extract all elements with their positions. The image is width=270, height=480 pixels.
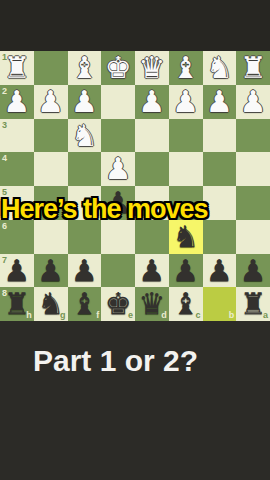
black-bishop-f8[interactable]: ♝: [68, 287, 102, 321]
square-e1[interactable]: ♚: [101, 51, 135, 85]
white-pawn-e4[interactable]: ♟: [101, 152, 135, 186]
square-a1[interactable]: ♜: [236, 51, 270, 85]
square-e4[interactable]: ♟: [101, 152, 135, 186]
white-pawn-b2[interactable]: ♟: [203, 85, 237, 119]
square-b2[interactable]: ♟: [203, 85, 237, 119]
white-bishop-c1[interactable]: ♝: [169, 51, 203, 85]
square-c8[interactable]: c♝: [169, 287, 203, 321]
white-knight-b1[interactable]: ♞: [203, 51, 237, 85]
square-h4[interactable]: 4: [0, 152, 34, 186]
white-queen-d1[interactable]: ♛: [135, 51, 169, 85]
square-g7[interactable]: ♟: [34, 254, 68, 288]
black-king-e8[interactable]: ♚: [101, 287, 135, 321]
black-pawn-c7[interactable]: ♟: [169, 254, 203, 288]
white-pawn-g2[interactable]: ♟: [34, 85, 68, 119]
rank-label-4: 4: [2, 154, 7, 163]
square-b1[interactable]: ♞: [203, 51, 237, 85]
square-h1[interactable]: 1♜: [0, 51, 34, 85]
square-d2[interactable]: ♟: [135, 85, 169, 119]
square-b3[interactable]: [203, 119, 237, 153]
black-pawn-a7[interactable]: ♟: [236, 254, 270, 288]
file-label-b: b: [229, 311, 235, 320]
black-pawn-g7[interactable]: ♟: [34, 254, 68, 288]
white-bishop-f1[interactable]: ♝: [68, 51, 102, 85]
square-g4[interactable]: [34, 152, 68, 186]
square-f8[interactable]: f♝: [68, 287, 102, 321]
square-b7[interactable]: ♟: [203, 254, 237, 288]
overlay-caption: Here’s the moves: [1, 194, 269, 225]
black-pawn-d7[interactable]: ♟: [135, 254, 169, 288]
square-g8[interactable]: g♞: [34, 287, 68, 321]
black-rook-a8[interactable]: ♜: [236, 287, 270, 321]
square-g2[interactable]: ♟: [34, 85, 68, 119]
square-a8[interactable]: a♜: [236, 287, 270, 321]
square-c7[interactable]: ♟: [169, 254, 203, 288]
square-e8[interactable]: e♚: [101, 287, 135, 321]
square-c3[interactable]: [169, 119, 203, 153]
square-e7[interactable]: [101, 254, 135, 288]
square-h8[interactable]: 8h♜: [0, 287, 34, 321]
square-f1[interactable]: ♝: [68, 51, 102, 85]
square-a4[interactable]: [236, 152, 270, 186]
chessboard[interactable]: 1♜♝♚♛♝♞♜2♟♟♟♟♟♟♟3♞4♟5♟6♞7♟♟♟♟♟♟♟8h♜g♞f♝e…: [0, 51, 270, 321]
black-queen-d8[interactable]: ♛: [135, 287, 169, 321]
square-b4[interactable]: [203, 152, 237, 186]
white-rook-a1[interactable]: ♜: [236, 51, 270, 85]
square-a2[interactable]: ♟: [236, 85, 270, 119]
top-letterbox-bar: [0, 0, 270, 51]
square-c4[interactable]: [169, 152, 203, 186]
white-pawn-c2[interactable]: ♟: [169, 85, 203, 119]
square-f4[interactable]: [68, 152, 102, 186]
square-a3[interactable]: [236, 119, 270, 153]
square-g3[interactable]: [34, 119, 68, 153]
white-pawn-a2[interactable]: ♟: [236, 85, 270, 119]
square-d4[interactable]: [135, 152, 169, 186]
square-f7[interactable]: ♟: [68, 254, 102, 288]
white-pawn-h2[interactable]: ♟: [0, 85, 34, 119]
white-knight-f3[interactable]: ♞: [68, 119, 102, 153]
rank-label-3: 3: [2, 121, 7, 130]
square-d7[interactable]: ♟: [135, 254, 169, 288]
square-d8[interactable]: d♛: [135, 287, 169, 321]
square-c2[interactable]: ♟: [169, 85, 203, 119]
square-h2[interactable]: 2♟: [0, 85, 34, 119]
white-pawn-f2[interactable]: ♟: [68, 85, 102, 119]
square-c1[interactable]: ♝: [169, 51, 203, 85]
white-rook-h1[interactable]: ♜: [0, 51, 34, 85]
square-d1[interactable]: ♛: [135, 51, 169, 85]
black-rook-h8[interactable]: ♜: [0, 287, 34, 321]
square-e3[interactable]: [101, 119, 135, 153]
black-pawn-h7[interactable]: ♟: [0, 254, 34, 288]
white-pawn-d2[interactable]: ♟: [135, 85, 169, 119]
square-g1[interactable]: [34, 51, 68, 85]
video-frame: 1♜♝♚♛♝♞♜2♟♟♟♟♟♟♟3♞4♟5♟6♞7♟♟♟♟♟♟♟8h♜g♞f♝e…: [0, 0, 270, 480]
square-a7[interactable]: ♟: [236, 254, 270, 288]
black-bishop-c8[interactable]: ♝: [169, 287, 203, 321]
square-f2[interactable]: ♟: [68, 85, 102, 119]
square-b8[interactable]: b: [203, 287, 237, 321]
black-knight-g8[interactable]: ♞: [34, 287, 68, 321]
white-king-e1[interactable]: ♚: [101, 51, 135, 85]
black-pawn-b7[interactable]: ♟: [203, 254, 237, 288]
square-e2[interactable]: [101, 85, 135, 119]
footer-caption: Part 1 or 2?: [33, 344, 198, 378]
square-h7[interactable]: 7♟: [0, 254, 34, 288]
black-pawn-f7[interactable]: ♟: [68, 254, 102, 288]
square-f3[interactable]: ♞: [68, 119, 102, 153]
square-d3[interactable]: [135, 119, 169, 153]
square-h3[interactable]: 3: [0, 119, 34, 153]
